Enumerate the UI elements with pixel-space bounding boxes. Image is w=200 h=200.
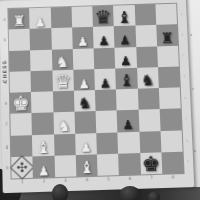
rank-label-1: 1 — [12, 179, 34, 185]
captured-piece — [148, 192, 160, 200]
square-c3: ♞ — [51, 49, 73, 71]
square-d7: ♞ — [137, 67, 159, 89]
white-rook-a1: ♜ — [12, 14, 26, 29]
black-pawn-b5: ♟ — [98, 35, 110, 48]
square-f2 — [32, 113, 54, 135]
square-h2: ♟ — [33, 156, 55, 178]
square-f7 — [138, 109, 160, 131]
square-a7 — [134, 4, 156, 25]
square-e2 — [31, 91, 53, 113]
white-knight-f3: ♞ — [57, 118, 71, 134]
square-b3 — [51, 28, 73, 50]
square-f1 — [10, 113, 32, 135]
square-g7 — [139, 131, 161, 153]
file-label-faint-e: e — [182, 87, 189, 108]
black-pawn-c6: ♟ — [120, 55, 132, 68]
square-a4 — [71, 6, 93, 27]
black-pawn-b6: ♟ — [119, 34, 131, 47]
square-b4: ♟ — [72, 27, 94, 49]
chess-board-photo: CHESS abcdefgh abcdefgh ♜♟♛♝♟♟♟♜♞♟♛♟♟♝♞♚… — [0, 0, 200, 200]
square-h1: ✣ — [11, 156, 33, 178]
black-knight-e4: ♞ — [78, 96, 92, 111]
file-label-faint-d: d — [181, 66, 188, 87]
file-label-faint-c: c — [180, 45, 187, 66]
square-g6 — [118, 131, 140, 153]
black-knight-d7: ♞ — [141, 73, 155, 88]
square-c6: ♟ — [115, 47, 137, 69]
file-label-c: c — [2, 51, 9, 72]
square-a6: ♝ — [113, 5, 135, 26]
square-f8 — [159, 109, 181, 131]
square-c8 — [157, 45, 179, 67]
square-b1 — [9, 29, 31, 51]
square-d6: ♝ — [115, 68, 137, 90]
file-label-faint-h: h — [185, 151, 192, 173]
white-bishop-g2: ♝ — [36, 139, 51, 156]
rank-label-5: 5 — [98, 176, 120, 182]
square-d8 — [158, 66, 180, 88]
white-king-e1: ♚ — [12, 93, 30, 114]
square-a1: ♜ — [8, 8, 29, 29]
square-h8 — [161, 151, 183, 173]
square-d4: ♟ — [73, 69, 95, 91]
square-c7 — [136, 46, 158, 68]
square-c5 — [94, 47, 116, 69]
black-rook-b8: ♜ — [160, 31, 174, 46]
square-h4: ♝ — [75, 154, 97, 176]
square-c2 — [30, 49, 52, 71]
square-c4 — [72, 48, 94, 70]
file-label-faint-g: g — [184, 130, 191, 152]
rank-label-4: 4 — [76, 177, 98, 183]
file-label-b: b — [1, 30, 8, 51]
captured-piece — [52, 184, 68, 200]
white-pawn-d4: ♟ — [78, 78, 90, 91]
square-f3: ♞ — [53, 112, 75, 134]
square-c1 — [9, 50, 31, 72]
black-pawn-f6: ♟ — [122, 119, 134, 132]
file-label-d: d — [2, 72, 9, 93]
square-e4: ♞ — [74, 90, 96, 112]
square-d1 — [10, 71, 32, 93]
captured-piece — [120, 186, 140, 200]
board-logo-ornament: ✣ — [16, 161, 27, 175]
square-b6: ♟ — [114, 26, 136, 48]
file-label-faint-f: f — [183, 108, 190, 130]
chess-board: CHESS abcdefgh abcdefgh ♜♟♛♝♟♟♟♜♞♟♛♟♟♝♞♚… — [0, 0, 194, 193]
white-pawn-a2: ♟ — [34, 16, 45, 29]
square-h6 — [118, 153, 140, 175]
square-a5: ♛ — [92, 6, 114, 27]
square-f4 — [74, 111, 96, 133]
square-g5 — [96, 132, 118, 154]
file-label-e: e — [2, 93, 9, 114]
rank-label-7: 7 — [141, 175, 163, 181]
square-g1 — [11, 135, 33, 157]
square-g2: ♝ — [32, 134, 54, 156]
black-bishop-d6: ♝ — [119, 73, 134, 89]
file-label-a: a — [1, 9, 8, 30]
rank-label-8: 8 — [162, 174, 184, 180]
square-b5: ♟ — [93, 26, 115, 48]
square-d2 — [31, 70, 53, 92]
rank-label-2: 2 — [33, 178, 55, 184]
square-e1: ♚ — [10, 92, 32, 114]
file-label-f: f — [3, 114, 10, 136]
black-queen-a5: ♛ — [94, 8, 111, 27]
white-pawn-h2: ♟ — [38, 165, 50, 178]
square-h3 — [54, 155, 76, 177]
square-e5 — [95, 89, 117, 111]
square-d3: ♛ — [52, 70, 74, 92]
square-a3 — [50, 7, 72, 28]
file-label-g: g — [3, 135, 10, 157]
square-d5: ♟ — [94, 68, 116, 90]
white-queen-d3: ♛ — [54, 72, 72, 91]
board-grid: ♜♟♛♝♟♟♟♜♞♟♛♟♟♝♞♚♞♞♟♝♟✣♟♝♚ — [8, 4, 183, 179]
rank-label-3: 3 — [55, 177, 77, 183]
black-bishop-a6: ♝ — [117, 10, 132, 26]
white-knight-c3: ♞ — [55, 55, 69, 70]
white-pawn-b4: ♟ — [77, 36, 89, 49]
square-b8: ♜ — [156, 24, 178, 46]
file-label-faint-b: b — [179, 24, 186, 45]
square-a8 — [155, 4, 177, 25]
file-label-faint-a: a — [178, 3, 185, 24]
square-b7 — [135, 25, 157, 47]
square-e6 — [116, 89, 138, 111]
black-pawn-d5: ♟ — [100, 77, 112, 90]
square-f6: ♟ — [117, 110, 139, 132]
white-bishop-h4: ♝ — [79, 160, 94, 177]
square-g3 — [54, 133, 76, 155]
square-g4: ♟ — [75, 133, 97, 155]
square-h7: ♚ — [140, 152, 162, 174]
square-e3 — [52, 91, 74, 113]
square-b2 — [30, 28, 52, 50]
black-king-h7: ♚ — [141, 153, 160, 174]
square-h5 — [97, 153, 119, 175]
rank-label-6: 6 — [119, 175, 141, 181]
square-e7 — [137, 88, 159, 110]
square-f5 — [96, 111, 118, 133]
square-e8 — [159, 87, 181, 109]
square-a2: ♟ — [29, 8, 51, 29]
white-pawn-g4: ♟ — [80, 142, 92, 155]
square-g8 — [160, 130, 182, 152]
